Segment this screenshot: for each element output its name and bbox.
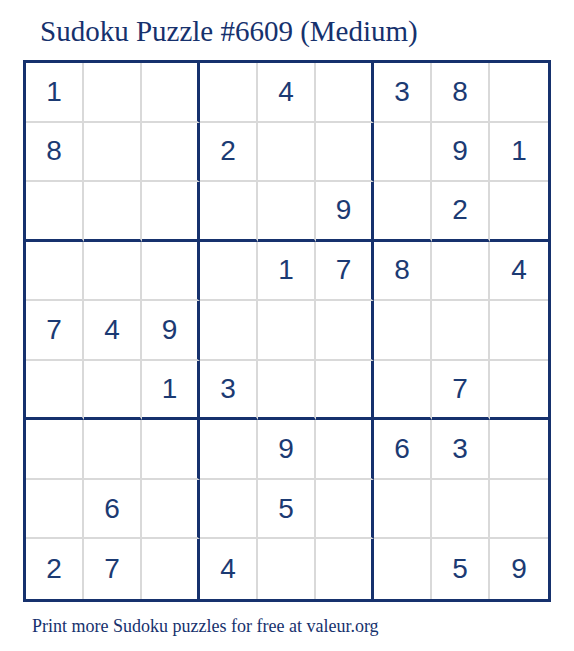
cell-r8c1 [26, 480, 84, 540]
cell-r1c6 [316, 63, 374, 123]
cell-r8c6 [316, 480, 374, 540]
cell-r4c4 [200, 242, 258, 302]
cell-r9c3 [142, 539, 200, 599]
sudoku-sheet: Sudoku Puzzle #6609 (Medium) 14388291921… [0, 0, 574, 651]
cell-r4c5: 1 [258, 242, 316, 302]
cell-r6c6 [316, 361, 374, 421]
cell-r2c1: 8 [26, 123, 84, 183]
cell-r3c2 [84, 182, 142, 242]
cell-r2c9: 1 [490, 123, 548, 183]
cell-r7c4 [200, 420, 258, 480]
cell-r4c3 [142, 242, 200, 302]
cell-r6c3: 1 [142, 361, 200, 421]
cell-r5c4 [200, 301, 258, 361]
cell-r6c5 [258, 361, 316, 421]
cell-r2c7 [374, 123, 432, 183]
cell-r3c9 [490, 182, 548, 242]
cell-r1c4 [200, 63, 258, 123]
cell-r6c2 [84, 361, 142, 421]
cell-r2c3 [142, 123, 200, 183]
page-title: Sudoku Puzzle #6609 (Medium) [40, 15, 418, 48]
cell-r5c7 [374, 301, 432, 361]
cell-r1c1: 1 [26, 63, 84, 123]
footer-text: Print more Sudoku puzzles for free at va… [32, 616, 379, 637]
cell-r1c7: 3 [374, 63, 432, 123]
cell-r7c1 [26, 420, 84, 480]
cell-r2c4: 2 [200, 123, 258, 183]
cell-r6c8: 7 [432, 361, 490, 421]
cell-r2c2 [84, 123, 142, 183]
cell-r5c1: 7 [26, 301, 84, 361]
cell-r3c3 [142, 182, 200, 242]
cell-r4c9: 4 [490, 242, 548, 302]
cell-r6c1 [26, 361, 84, 421]
cell-r3c1 [26, 182, 84, 242]
cell-r4c6: 7 [316, 242, 374, 302]
cell-r9c8: 5 [432, 539, 490, 599]
cell-r7c8: 3 [432, 420, 490, 480]
cell-r2c5 [258, 123, 316, 183]
cell-r3c5 [258, 182, 316, 242]
cell-r5c6 [316, 301, 374, 361]
cell-r8c4 [200, 480, 258, 540]
cell-r4c2 [84, 242, 142, 302]
cell-r3c6: 9 [316, 182, 374, 242]
cell-r5c3: 9 [142, 301, 200, 361]
cell-r8c5: 5 [258, 480, 316, 540]
cell-r8c2: 6 [84, 480, 142, 540]
cell-r7c3 [142, 420, 200, 480]
cell-r1c2 [84, 63, 142, 123]
cell-r3c4 [200, 182, 258, 242]
cell-r9c2: 7 [84, 539, 142, 599]
cell-r6c7 [374, 361, 432, 421]
cell-r4c7: 8 [374, 242, 432, 302]
cell-r7c9 [490, 420, 548, 480]
cell-r4c1 [26, 242, 84, 302]
cell-r2c8: 9 [432, 123, 490, 183]
cell-r7c6 [316, 420, 374, 480]
cell-r1c8: 8 [432, 63, 490, 123]
cell-r4c8 [432, 242, 490, 302]
cell-r1c3 [142, 63, 200, 123]
cell-r8c7 [374, 480, 432, 540]
cell-r8c3 [142, 480, 200, 540]
cell-r1c9 [490, 63, 548, 123]
cell-r5c9 [490, 301, 548, 361]
cell-r5c8 [432, 301, 490, 361]
cell-r9c5 [258, 539, 316, 599]
cell-r9c4: 4 [200, 539, 258, 599]
cell-r5c2: 4 [84, 301, 142, 361]
cell-r9c1: 2 [26, 539, 84, 599]
cell-r2c6 [316, 123, 374, 183]
cell-r8c9 [490, 480, 548, 540]
cell-r3c8: 2 [432, 182, 490, 242]
cell-r7c7: 6 [374, 420, 432, 480]
cell-r9c9: 9 [490, 539, 548, 599]
cell-r9c6 [316, 539, 374, 599]
sudoku-grid: 143882919217847491379636527459 [23, 60, 551, 602]
cell-r7c2 [84, 420, 142, 480]
cell-r9c7 [374, 539, 432, 599]
cell-r8c8 [432, 480, 490, 540]
cell-r3c7 [374, 182, 432, 242]
cell-r1c5: 4 [258, 63, 316, 123]
cell-r6c9 [490, 361, 548, 421]
cell-r6c4: 3 [200, 361, 258, 421]
cell-r7c5: 9 [258, 420, 316, 480]
cell-r5c5 [258, 301, 316, 361]
